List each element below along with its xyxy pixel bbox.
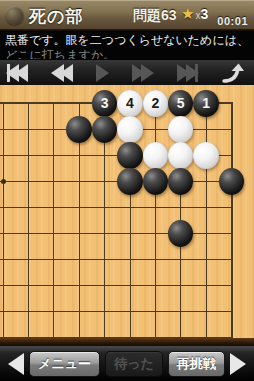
board-intersection[interactable]: [117, 194, 142, 220]
black-stone: [117, 142, 142, 169]
board-intersection[interactable]: [117, 116, 142, 142]
board-intersection[interactable]: 1: [193, 90, 218, 116]
board-intersection[interactable]: [66, 90, 91, 116]
board-intersection[interactable]: [168, 298, 193, 324]
board-intersection[interactable]: [92, 142, 117, 168]
board-intersection[interactable]: [41, 194, 66, 220]
board-intersection[interactable]: [219, 194, 244, 220]
black-stone: 1: [193, 90, 218, 117]
board-intersection[interactable]: [193, 246, 218, 272]
problem-message: 黒番です。眼を二つつくらせないためには、 どこに打ちますか。: [0, 31, 254, 59]
board-intersection[interactable]: [41, 246, 66, 272]
board-intersection[interactable]: [219, 298, 244, 324]
board-intersection[interactable]: [168, 220, 193, 246]
board-intersection[interactable]: [143, 324, 168, 338]
left-triangle-icon: [8, 353, 24, 375]
board-intersection[interactable]: [219, 116, 244, 142]
go-board[interactable]: 34251: [0, 85, 254, 338]
board-intersection[interactable]: [117, 168, 142, 194]
board-intersection[interactable]: 2: [143, 90, 168, 116]
board-intersection[interactable]: [41, 90, 66, 116]
section-title: 死の部: [29, 5, 83, 28]
board-intersection[interactable]: 4: [117, 90, 142, 116]
board-intersection[interactable]: [168, 168, 193, 194]
right-triangle-icon: [230, 353, 246, 375]
board-grid: 34251: [0, 90, 244, 338]
board-intersection[interactable]: [92, 324, 117, 338]
undo-button[interactable]: 待った: [105, 351, 163, 377]
bottom-toolbar: メニュー 待った 再挑戦: [0, 346, 254, 381]
board-intersection[interactable]: [66, 246, 91, 272]
star-rating: ★x3: [181, 5, 208, 23]
board-intersection[interactable]: [168, 116, 193, 142]
black-stone: 5: [168, 90, 193, 117]
curved-arrow-icon: [221, 62, 247, 84]
board-intersection[interactable]: [16, 142, 41, 168]
board-intersection[interactable]: [143, 142, 168, 168]
board-intersection[interactable]: [117, 298, 142, 324]
board-intersection[interactable]: [143, 220, 168, 246]
board-intersection[interactable]: [168, 324, 193, 338]
black-stone: [219, 168, 244, 195]
board-intersection[interactable]: [66, 116, 91, 142]
board-intersection[interactable]: [16, 298, 41, 324]
board-intersection[interactable]: [219, 142, 244, 168]
board-intersection[interactable]: [41, 220, 66, 246]
black-stone: 3: [92, 90, 117, 117]
board-intersection[interactable]: [117, 324, 142, 338]
title-bar: 死の部 問題63 ★x3 00:01: [0, 0, 254, 31]
white-stone: [193, 142, 218, 169]
board-intersection[interactable]: [143, 194, 168, 220]
board-intersection[interactable]: 3: [92, 90, 117, 116]
play-button[interactable]: [96, 64, 109, 82]
board-intersection[interactable]: [219, 168, 244, 194]
black-stone: [66, 116, 91, 143]
board-intersection[interactable]: [193, 168, 218, 194]
board-intersection[interactable]: [168, 246, 193, 272]
move-number: 3: [101, 96, 109, 110]
board-intersection[interactable]: [193, 142, 218, 168]
board-intersection[interactable]: [219, 324, 244, 338]
board-intersection[interactable]: [193, 220, 218, 246]
app-window: 死の部 問題63 ★x3 00:01 黒番です。眼を二つつくらせないためには、 …: [0, 0, 254, 381]
board-intersection[interactable]: [193, 272, 218, 298]
prev-problem-button[interactable]: [8, 353, 24, 375]
board-intersection[interactable]: [66, 298, 91, 324]
board-intersection[interactable]: [92, 168, 117, 194]
board-intersection[interactable]: [0, 142, 16, 168]
black-stone: [92, 116, 117, 143]
board-intersection[interactable]: [0, 194, 16, 220]
move-number: 5: [177, 96, 185, 110]
board-intersection[interactable]: [66, 194, 91, 220]
black-stone: [143, 168, 168, 195]
fast-forward-button[interactable]: [132, 64, 154, 82]
board-intersection[interactable]: [66, 324, 91, 338]
board-intersection[interactable]: [143, 272, 168, 298]
rewind-button[interactable]: [51, 64, 73, 82]
message-line-1: 黒番です。眼を二つつくらせないためには、: [5, 33, 249, 48]
board-intersection[interactable]: [117, 220, 142, 246]
board-intersection[interactable]: [143, 246, 168, 272]
board-intersection[interactable]: [168, 272, 193, 298]
board-intersection[interactable]: [92, 220, 117, 246]
board-intersection[interactable]: [16, 194, 41, 220]
board-intersection[interactable]: [16, 246, 41, 272]
board-intersection[interactable]: [92, 272, 117, 298]
timer: 00:01: [217, 15, 248, 27]
board-intersection[interactable]: [66, 168, 91, 194]
board-intersection[interactable]: [92, 116, 117, 142]
board-intersection[interactable]: [219, 246, 244, 272]
board-intersection[interactable]: [41, 142, 66, 168]
board-intersection[interactable]: [66, 272, 91, 298]
board-intersection[interactable]: [41, 272, 66, 298]
board-intersection[interactable]: [219, 90, 244, 116]
board-intersection[interactable]: [41, 116, 66, 142]
white-stone: 2: [143, 90, 168, 117]
board-intersection[interactable]: [16, 116, 41, 142]
board-intersection[interactable]: [219, 272, 244, 298]
board-intersection[interactable]: 5: [168, 90, 193, 116]
board-intersection[interactable]: [0, 246, 16, 272]
star-icon: ★: [181, 5, 194, 22]
next-problem-button[interactable]: [230, 353, 246, 375]
problem-number: 問題63: [133, 7, 177, 25]
star-count: 3: [200, 6, 208, 22]
board-intersection[interactable]: [219, 220, 244, 246]
board-intersection[interactable]: [193, 194, 218, 220]
black-stone: [168, 168, 193, 195]
white-stone: [143, 142, 168, 169]
board-intersection[interactable]: [0, 298, 16, 324]
board-intersection[interactable]: [0, 324, 16, 338]
board-intersection[interactable]: [66, 220, 91, 246]
board-intersection[interactable]: [143, 168, 168, 194]
board-intersection[interactable]: [0, 220, 16, 246]
board-intersection[interactable]: [41, 324, 66, 338]
board-intersection[interactable]: [193, 298, 218, 324]
board-intersection[interactable]: [16, 324, 41, 338]
board-intersection[interactable]: [143, 298, 168, 324]
board-intersection[interactable]: [41, 168, 66, 194]
black-stone: [168, 220, 193, 247]
board-intersection[interactable]: [16, 220, 41, 246]
board-intersection[interactable]: [0, 90, 16, 116]
retry-button[interactable]: 再挑戦: [168, 351, 225, 377]
black-stone: [117, 168, 142, 195]
skip-start-button[interactable]: [7, 64, 28, 82]
board-intersection[interactable]: [0, 116, 16, 142]
board-edge-shadow: [0, 338, 254, 346]
board-intersection[interactable]: [193, 116, 218, 142]
white-stone: [168, 142, 193, 169]
board-intersection[interactable]: [92, 194, 117, 220]
board-intersection[interactable]: [168, 194, 193, 220]
board-intersection[interactable]: [92, 246, 117, 272]
move-number: 4: [126, 96, 134, 110]
board-intersection[interactable]: [16, 90, 41, 116]
playback-controls: [0, 59, 254, 85]
board-intersection[interactable]: [41, 298, 66, 324]
board-intersection[interactable]: [0, 168, 16, 194]
move-number: 1: [202, 96, 210, 110]
board-intersection[interactable]: [143, 116, 168, 142]
board-intersection[interactable]: [16, 168, 41, 194]
white-stone: [168, 116, 193, 143]
board-intersection[interactable]: [168, 142, 193, 168]
board-intersection[interactable]: [66, 142, 91, 168]
white-stone: 4: [117, 90, 142, 117]
stone-emblem-icon: [5, 6, 24, 25]
menu-button[interactable]: メニュー: [29, 351, 100, 377]
move-number: 2: [151, 96, 159, 110]
branch-button[interactable]: [221, 62, 247, 84]
skip-end-button[interactable]: [177, 64, 198, 82]
board-intersection[interactable]: [117, 272, 142, 298]
board-intersection[interactable]: [193, 324, 218, 338]
board-intersection[interactable]: [0, 272, 16, 298]
board-intersection[interactable]: [92, 298, 117, 324]
play-icon: [96, 64, 109, 82]
message-line-2: どこに打ちますか。: [5, 48, 249, 59]
white-stone: [117, 116, 142, 143]
board-intersection[interactable]: [117, 246, 142, 272]
board-intersection[interactable]: [16, 272, 41, 298]
board-intersection[interactable]: [117, 142, 142, 168]
